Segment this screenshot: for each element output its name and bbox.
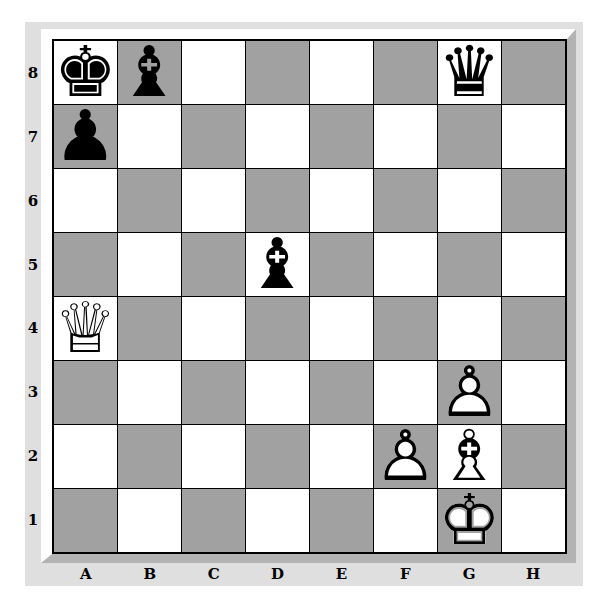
square-b3[interactable] xyxy=(118,361,181,424)
file-label: C xyxy=(182,563,246,585)
file-labels: ABCDEFGH xyxy=(54,563,565,585)
square-e7[interactable] xyxy=(310,105,373,168)
square-b5[interactable] xyxy=(118,233,181,296)
square-e3[interactable] xyxy=(310,361,373,424)
rank-label: 8 xyxy=(25,41,41,105)
rank-label: 7 xyxy=(25,105,41,169)
rank-label: 1 xyxy=(25,488,41,552)
chess-board: ♚♝♛♟♝♛♕♟♙♟♙♝♗♚♔ xyxy=(52,39,567,554)
piece-outline-glyph: ♕ xyxy=(54,287,117,369)
square-d5[interactable]: ♝ xyxy=(246,233,309,296)
square-c6[interactable] xyxy=(182,169,245,232)
square-a4[interactable]: ♛♕ xyxy=(54,297,117,360)
square-c2[interactable] xyxy=(182,425,245,488)
square-d8[interactable] xyxy=(246,41,309,104)
rank-labels: 87654321 xyxy=(25,41,41,552)
square-e6[interactable] xyxy=(310,169,373,232)
square-d3[interactable] xyxy=(246,361,309,424)
rank-label: 5 xyxy=(25,233,41,297)
square-e5[interactable] xyxy=(310,233,373,296)
file-label: D xyxy=(246,563,310,585)
square-c3[interactable] xyxy=(182,361,245,424)
square-c4[interactable] xyxy=(182,297,245,360)
square-d1[interactable] xyxy=(246,489,309,552)
rank-label: 4 xyxy=(25,297,41,361)
square-e1[interactable] xyxy=(310,489,373,552)
square-d4[interactable] xyxy=(246,297,309,360)
rank-label: 6 xyxy=(25,169,41,233)
square-h7[interactable] xyxy=(502,105,565,168)
square-h4[interactable] xyxy=(502,297,565,360)
square-g8[interactable]: ♛ xyxy=(438,41,501,104)
square-b6[interactable] xyxy=(118,169,181,232)
piece-black-queen[interactable]: ♛ xyxy=(438,41,501,104)
piece-white-king[interactable]: ♚♔ xyxy=(438,489,501,552)
square-f5[interactable] xyxy=(374,233,437,296)
square-d2[interactable] xyxy=(246,425,309,488)
square-f4[interactable] xyxy=(374,297,437,360)
square-a2[interactable] xyxy=(54,425,117,488)
square-b8[interactable]: ♝ xyxy=(118,41,181,104)
square-a3[interactable] xyxy=(54,361,117,424)
square-f2[interactable]: ♟♙ xyxy=(374,425,437,488)
file-label: H xyxy=(501,563,565,585)
piece-outline-glyph: ♙ xyxy=(374,415,437,497)
square-e4[interactable] xyxy=(310,297,373,360)
square-a7[interactable]: ♟ xyxy=(54,105,117,168)
square-b2[interactable] xyxy=(118,425,181,488)
square-a6[interactable] xyxy=(54,169,117,232)
square-g6[interactable] xyxy=(438,169,501,232)
square-h8[interactable] xyxy=(502,41,565,104)
file-label: A xyxy=(54,563,118,585)
square-f8[interactable] xyxy=(374,41,437,104)
square-g1[interactable]: ♚♔ xyxy=(438,489,501,552)
square-e2[interactable] xyxy=(310,425,373,488)
rank-label: 3 xyxy=(25,360,41,424)
square-c1[interactable] xyxy=(182,489,245,552)
square-b7[interactable] xyxy=(118,105,181,168)
square-h1[interactable] xyxy=(502,489,565,552)
square-a1[interactable] xyxy=(54,489,117,552)
piece-white-queen[interactable]: ♛♕ xyxy=(54,297,117,360)
square-f6[interactable] xyxy=(374,169,437,232)
square-h6[interactable] xyxy=(502,169,565,232)
piece-black-bishop[interactable]: ♝ xyxy=(118,41,181,104)
square-e8[interactable] xyxy=(310,41,373,104)
square-b4[interactable] xyxy=(118,297,181,360)
square-f1[interactable] xyxy=(374,489,437,552)
square-b1[interactable] xyxy=(118,489,181,552)
piece-black-pawn[interactable]: ♟ xyxy=(54,105,117,168)
file-label: F xyxy=(373,563,437,585)
file-label: G xyxy=(437,563,501,585)
file-label: B xyxy=(118,563,182,585)
square-g7[interactable] xyxy=(438,105,501,168)
square-g5[interactable] xyxy=(438,233,501,296)
square-c7[interactable] xyxy=(182,105,245,168)
square-f7[interactable] xyxy=(374,105,437,168)
piece-white-pawn[interactable]: ♟♙ xyxy=(374,425,437,488)
square-c5[interactable] xyxy=(182,233,245,296)
square-d7[interactable] xyxy=(246,105,309,168)
file-label: E xyxy=(310,563,374,585)
square-c8[interactable] xyxy=(182,41,245,104)
piece-outline-glyph: ♔ xyxy=(438,479,501,561)
piece-black-bishop[interactable]: ♝ xyxy=(246,233,309,296)
board-frame: ♚♝♛♟♝♛♕♟♙♟♙♝♗♚♔ xyxy=(41,29,576,563)
square-h3[interactable] xyxy=(502,361,565,424)
square-h2[interactable] xyxy=(502,425,565,488)
rank-label: 2 xyxy=(25,424,41,488)
square-h5[interactable] xyxy=(502,233,565,296)
